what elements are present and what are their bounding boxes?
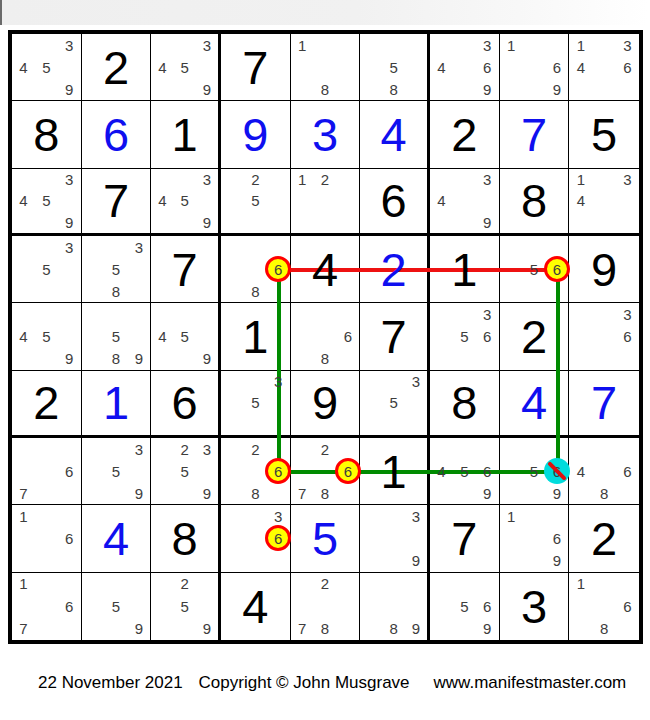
candidate-7: 7 xyxy=(291,618,314,640)
candidate-8: 8 xyxy=(314,348,337,370)
cell-r9c6[interactable]: 89 xyxy=(360,573,430,640)
candidate-9: 9 xyxy=(196,482,218,504)
candidate-4: 4 xyxy=(151,325,173,347)
candidate-1: 1 xyxy=(500,34,523,56)
candidate-6: 6 xyxy=(545,258,568,280)
given-digit: 7 xyxy=(360,303,427,369)
cell-r9c3[interactable]: 259 xyxy=(151,573,221,640)
candidate-5: 5 xyxy=(453,325,476,347)
cell-r1c6[interactable]: 58 xyxy=(360,34,430,101)
candidate-5: 5 xyxy=(383,392,405,413)
solved-digit: 6 xyxy=(82,101,151,167)
candidate-4: 4 xyxy=(12,325,35,347)
solved-digit: 5 xyxy=(291,505,360,571)
candidate-1: 1 xyxy=(291,169,314,190)
candidate-2: 2 xyxy=(244,438,267,460)
candidate-5: 5 xyxy=(105,595,128,617)
window-top-bar xyxy=(0,0,648,25)
candidate-6: 6 xyxy=(616,56,639,78)
cell-r4c6[interactable]: 2 xyxy=(360,236,430,303)
candidate-9: 9 xyxy=(476,212,499,233)
candidate-6: 6 xyxy=(267,527,290,549)
cell-r2c1[interactable]: 8 xyxy=(12,101,82,168)
given-digit: 2 xyxy=(430,101,499,167)
candidate-6: 6 xyxy=(476,460,499,482)
solved-digit: 4 xyxy=(82,505,151,571)
candidate-9: 9 xyxy=(476,482,499,504)
candidate-2: 2 xyxy=(174,573,196,595)
candidate-4: 4 xyxy=(151,190,173,211)
cell-r2c2[interactable]: 6 xyxy=(82,101,152,168)
cell-r2c4[interactable]: 9 xyxy=(221,101,291,168)
given-digit: 1 xyxy=(151,101,218,167)
candidate-5: 5 xyxy=(383,56,405,78)
candidate-6: 6 xyxy=(267,460,290,482)
candidate-6: 6 xyxy=(545,56,568,78)
given-digit: 7 xyxy=(221,34,290,100)
cell-r1c9[interactable]: 1346 xyxy=(569,34,639,101)
candidate-3: 3 xyxy=(58,236,81,258)
cell-r6c7[interactable]: 8 xyxy=(430,371,500,438)
cell-r5c6[interactable]: 7 xyxy=(360,303,430,370)
candidate-8: 8 xyxy=(105,280,128,302)
candidate-4: 4 xyxy=(569,460,592,482)
candidate-2: 2 xyxy=(314,169,337,190)
candidate-9: 9 xyxy=(476,78,499,100)
candidate-1: 1 xyxy=(12,573,35,595)
cell-r8c7[interactable]: 7 xyxy=(430,505,500,572)
candidate-9: 9 xyxy=(127,482,150,504)
candidate-3: 3 xyxy=(405,505,427,527)
candidate-3: 3 xyxy=(196,438,218,460)
cell-r8c4[interactable]: 36 xyxy=(221,505,291,572)
candidate-5: 5 xyxy=(174,460,196,482)
cell-r3c7[interactable]: 349 xyxy=(430,169,500,236)
candidate-5: 5 xyxy=(174,325,196,347)
candidate-1: 1 xyxy=(500,505,523,527)
given-digit: 8 xyxy=(151,505,218,571)
candidate-4: 4 xyxy=(151,56,173,78)
candidate-8: 8 xyxy=(244,280,267,302)
cell-r5c5[interactable]: 68 xyxy=(291,303,361,370)
candidate-8: 8 xyxy=(593,482,616,504)
candidate-5: 5 xyxy=(244,190,267,211)
candidate-1: 1 xyxy=(12,505,35,527)
cell-r2c3[interactable]: 1 xyxy=(151,101,221,168)
cell-r1c7[interactable]: 3469 xyxy=(430,34,500,101)
cell-r5c9[interactable]: 36 xyxy=(569,303,639,370)
solved-digit: 3 xyxy=(291,101,360,167)
cell-r3c2[interactable]: 7 xyxy=(82,169,152,236)
candidate-9: 9 xyxy=(405,618,427,640)
candidate-1: 1 xyxy=(569,169,592,190)
cell-r5c2[interactable]: 589 xyxy=(82,303,152,370)
candidate-5: 5 xyxy=(523,258,546,280)
candidate-1: 1 xyxy=(569,573,592,595)
solved-digit: 4 xyxy=(500,371,569,435)
cell-r1c1[interactable]: 3459 xyxy=(12,34,82,101)
candidate-8: 8 xyxy=(593,618,616,640)
candidate-6: 6 xyxy=(616,595,639,617)
cell-r7c3[interactable]: 2359 xyxy=(151,438,221,505)
cell-r3c5[interactable]: 12 xyxy=(291,169,361,236)
candidate-9: 9 xyxy=(196,212,218,233)
given-digit: 8 xyxy=(12,101,81,167)
candidate-7: 7 xyxy=(291,482,314,504)
solved-digit: 1 xyxy=(82,371,151,435)
cell-r1c4[interactable]: 7 xyxy=(221,34,291,101)
cell-r5c1[interactable]: 459 xyxy=(12,303,82,370)
candidate-5: 5 xyxy=(174,595,196,617)
cell-r4c9[interactable]: 9 xyxy=(569,236,639,303)
candidate-6: 6 xyxy=(476,56,499,78)
candidate-9: 9 xyxy=(196,618,218,640)
cell-r5c8[interactable]: 2 xyxy=(500,303,570,370)
cell-r8c9[interactable]: 2 xyxy=(569,505,639,572)
candidate-6: 6 xyxy=(476,325,499,347)
candidate-4: 4 xyxy=(430,190,453,211)
cell-r9c1[interactable]: 167 xyxy=(12,573,82,640)
candidate-9: 9 xyxy=(545,482,568,504)
candidate-4: 4 xyxy=(569,190,592,211)
candidate-9: 9 xyxy=(127,348,150,370)
given-digit: 1 xyxy=(360,438,427,504)
given-digit: 2 xyxy=(82,34,151,100)
cell-r6c2[interactable]: 1 xyxy=(82,371,152,438)
candidate-2: 2 xyxy=(174,438,196,460)
candidate-4: 4 xyxy=(430,56,453,78)
cell-r3c1[interactable]: 3459 xyxy=(12,169,82,236)
candidate-2: 2 xyxy=(244,169,267,190)
candidate-2: 2 xyxy=(314,573,337,595)
given-digit: 9 xyxy=(569,236,639,302)
solved-digit: 4 xyxy=(360,101,427,167)
candidate-3: 3 xyxy=(476,169,499,190)
cell-r8c5[interactable]: 5 xyxy=(291,505,361,572)
cell-r9c5[interactable]: 278 xyxy=(291,573,361,640)
cell-r7c6[interactable]: 1 xyxy=(360,438,430,505)
candidate-4: 4 xyxy=(430,460,453,482)
candidate-5: 5 xyxy=(105,325,128,347)
cell-r8c1[interactable]: 16 xyxy=(12,505,82,572)
cell-r2c6[interactable]: 4 xyxy=(360,101,430,168)
candidate-6: 6 xyxy=(476,595,499,617)
given-digit: 2 xyxy=(500,303,569,369)
given-digit: 7 xyxy=(151,236,218,302)
candidate-5: 5 xyxy=(174,190,196,211)
candidate-5: 5 xyxy=(453,595,476,617)
candidate-8: 8 xyxy=(105,348,128,370)
solved-digit: 7 xyxy=(569,371,639,435)
candidate-5: 5 xyxy=(105,258,128,280)
candidate-1: 1 xyxy=(291,34,314,56)
given-digit: 6 xyxy=(360,169,427,233)
candidate-2: 2 xyxy=(314,438,337,460)
given-digit: 1 xyxy=(221,303,290,369)
cell-r8c6[interactable]: 39 xyxy=(360,505,430,572)
candidate-8: 8 xyxy=(383,618,405,640)
given-digit: 7 xyxy=(82,169,151,233)
given-digit: 1 xyxy=(430,236,499,302)
given-digit: 2 xyxy=(569,505,639,571)
candidate-3: 3 xyxy=(476,34,499,56)
candidate-3: 3 xyxy=(616,34,639,56)
given-digit: 8 xyxy=(430,371,499,435)
candidate-3: 3 xyxy=(616,169,639,190)
candidate-9: 9 xyxy=(476,618,499,640)
candidate-6: 6 xyxy=(58,595,81,617)
candidate-9: 9 xyxy=(545,550,568,572)
cell-r7c9[interactable]: 468 xyxy=(569,438,639,505)
cell-r5c3[interactable]: 459 xyxy=(151,303,221,370)
candidate-6: 6 xyxy=(336,460,359,482)
given-digit: 9 xyxy=(291,371,360,435)
cell-r9c9[interactable]: 168 xyxy=(569,573,639,640)
candidate-5: 5 xyxy=(35,190,58,211)
cell-r9c2[interactable]: 59 xyxy=(82,573,152,640)
cell-r6c6[interactable]: 35 xyxy=(360,371,430,438)
given-digit: 3 xyxy=(500,573,569,640)
candidate-3: 3 xyxy=(58,169,81,190)
cell-r5c4[interactable]: 1 xyxy=(221,303,291,370)
candidate-9: 9 xyxy=(405,550,427,572)
cell-r6c8[interactable]: 4 xyxy=(500,371,570,438)
cell-r2c7[interactable]: 2 xyxy=(430,101,500,168)
candidate-5: 5 xyxy=(105,460,128,482)
cell-r4c3[interactable]: 7 xyxy=(151,236,221,303)
candidate-6: 6 xyxy=(545,527,568,549)
candidate-6: 6 xyxy=(58,527,81,549)
candidate-6: 6 xyxy=(336,325,359,347)
candidate-9: 9 xyxy=(58,348,81,370)
cell-r3c4[interactable]: 25 xyxy=(221,169,291,236)
cell-r4c2[interactable]: 358 xyxy=(82,236,152,303)
candidate-7: 7 xyxy=(12,482,35,504)
candidate-8: 8 xyxy=(244,482,267,504)
cell-r3c6[interactable]: 6 xyxy=(360,169,430,236)
given-digit: 4 xyxy=(291,236,360,302)
cell-r2c5[interactable]: 3 xyxy=(291,101,361,168)
candidate-5: 5 xyxy=(523,460,546,482)
candidate-3: 3 xyxy=(476,303,499,325)
candidate-9: 9 xyxy=(127,618,150,640)
candidate-3: 3 xyxy=(196,34,218,56)
candidate-3: 3 xyxy=(127,438,150,460)
given-digit: 7 xyxy=(430,505,499,571)
footer-copyright: Copyright © John Musgrave xyxy=(199,673,410,692)
candidate-6: 6 xyxy=(58,460,81,482)
given-digit: 4 xyxy=(221,573,290,640)
footer-website[interactable]: www.manifestmaster.com xyxy=(434,673,627,692)
candidate-3: 3 xyxy=(616,303,639,325)
footer: 22 November 2021Copyright © John Musgrav… xyxy=(38,673,626,693)
candidate-8: 8 xyxy=(314,78,337,100)
candidate-3: 3 xyxy=(196,169,218,190)
cell-r7c7[interactable]: 4569 xyxy=(430,438,500,505)
candidate-5: 5 xyxy=(35,325,58,347)
given-digit: 2 xyxy=(12,371,81,435)
candidate-9: 9 xyxy=(196,348,218,370)
candidate-9: 9 xyxy=(58,78,81,100)
cell-r3c8[interactable]: 8 xyxy=(500,169,570,236)
candidate-3: 3 xyxy=(58,34,81,56)
cell-r6c1[interactable]: 2 xyxy=(12,371,82,438)
cell-r6c9[interactable]: 7 xyxy=(569,371,639,438)
cell-r1c3[interactable]: 3459 xyxy=(151,34,221,101)
cell-r3c9[interactable]: 134 xyxy=(569,169,639,236)
candidate-5: 5 xyxy=(35,56,58,78)
candidate-5: 5 xyxy=(35,258,58,280)
cell-r6c3[interactable]: 6 xyxy=(151,371,221,438)
candidate-4: 4 xyxy=(12,190,35,211)
candidate-7: 7 xyxy=(12,618,35,640)
given-digit: 8 xyxy=(500,169,569,233)
footer-date: 22 November 2021 xyxy=(38,673,183,692)
cell-r5c7[interactable]: 356 xyxy=(430,303,500,370)
cell-r8c3[interactable]: 8 xyxy=(151,505,221,572)
solved-digit: 7 xyxy=(500,101,569,167)
candidate-5: 5 xyxy=(244,392,267,413)
cell-r4c7[interactable]: 1 xyxy=(430,236,500,303)
cell-r1c5[interactable]: 18 xyxy=(291,34,361,101)
cell-r6c5[interactable]: 9 xyxy=(291,371,361,438)
candidate-9: 9 xyxy=(545,78,568,100)
cell-r7c2[interactable]: 359 xyxy=(82,438,152,505)
cell-r9c7[interactable]: 569 xyxy=(430,573,500,640)
solved-digit: 2 xyxy=(360,236,427,302)
candidate-9: 9 xyxy=(196,78,218,100)
cell-r3c3[interactable]: 3459 xyxy=(151,169,221,236)
candidate-6: 6 xyxy=(267,258,290,280)
candidate-5: 5 xyxy=(174,56,196,78)
candidate-4: 4 xyxy=(569,56,592,78)
candidate-6: 6 xyxy=(616,325,639,347)
candidate-8: 8 xyxy=(383,78,405,100)
candidate-8: 8 xyxy=(314,482,337,504)
cell-r2c8[interactable]: 7 xyxy=(500,101,570,168)
candidate-3: 3 xyxy=(267,371,290,392)
cell-r9c8[interactable]: 3 xyxy=(500,573,570,640)
cell-r1c2[interactable]: 2 xyxy=(82,34,152,101)
cell-r8c8[interactable]: 169 xyxy=(500,505,570,572)
candidate-5: 5 xyxy=(453,460,476,482)
candidate-6: 6 xyxy=(616,460,639,482)
cell-r1c8[interactable]: 169 xyxy=(500,34,570,101)
candidate-3: 3 xyxy=(405,371,427,392)
cell-r4c5[interactable]: 4 xyxy=(291,236,361,303)
cell-r9c4[interactable]: 4 xyxy=(221,573,291,640)
candidate-8: 8 xyxy=(314,618,337,640)
cell-r4c1[interactable]: 35 xyxy=(12,236,82,303)
solved-digit: 9 xyxy=(221,101,290,167)
cell-r7c1[interactable]: 67 xyxy=(12,438,82,505)
candidate-4: 4 xyxy=(12,56,35,78)
given-digit: 5 xyxy=(569,101,639,167)
sudoku-board: 3459234597185834691691346861934275345973… xyxy=(8,30,643,644)
cell-r2c9[interactable]: 5 xyxy=(569,101,639,168)
given-digit: 6 xyxy=(151,371,218,435)
candidate-3: 3 xyxy=(267,505,290,527)
cell-r8c2[interactable]: 4 xyxy=(82,505,152,572)
candidate-3: 3 xyxy=(127,236,150,258)
candidate-1: 1 xyxy=(569,34,592,56)
candidate-9: 9 xyxy=(58,212,81,233)
